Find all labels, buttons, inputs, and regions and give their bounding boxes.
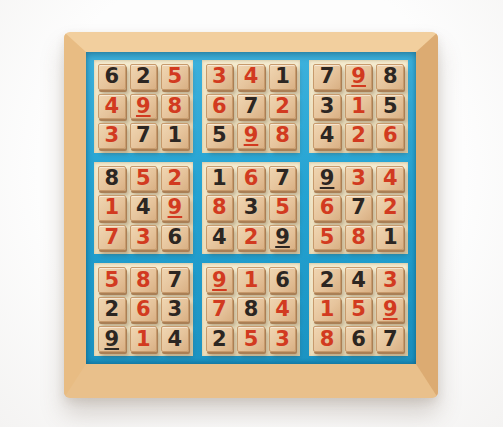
tile-r6c7[interactable]: 5	[313, 225, 341, 251]
tile-r2c2[interactable]: 9	[130, 94, 158, 120]
tile-r5c6[interactable]: 5	[269, 195, 297, 221]
tile-r3c7[interactable]: 4	[313, 123, 341, 149]
tile-r9c9[interactable]: 7	[376, 326, 404, 352]
tile-r5c7[interactable]: 6	[313, 195, 341, 221]
tile-r4c2[interactable]: 5	[130, 166, 158, 192]
tile-r3c9[interactable]: 6	[376, 123, 404, 149]
tile-r8c3[interactable]: 3	[161, 297, 189, 323]
tile-r8c9[interactable]: 9	[376, 297, 404, 323]
tile-r4c7[interactable]: 9	[313, 166, 341, 192]
tile-r8c8[interactable]: 5	[345, 297, 373, 323]
tile-r5c2[interactable]: 4	[130, 195, 158, 221]
tile-r2c1[interactable]: 4	[98, 94, 126, 120]
tile-r1c8[interactable]: 9	[345, 64, 373, 90]
tile-r8c4[interactable]: 7	[206, 297, 234, 323]
tile-r6c5[interactable]: 2	[237, 225, 265, 251]
tile-r2c6[interactable]: 2	[269, 94, 297, 120]
tile-r5c8[interactable]: 7	[345, 195, 373, 221]
block-2-2: 167835429	[202, 162, 301, 255]
block-1-2: 341672598	[202, 60, 301, 153]
tile-r4c4[interactable]: 1	[206, 166, 234, 192]
tile-r1c5[interactable]: 4	[237, 64, 265, 90]
tile-r9c4[interactable]: 2	[206, 326, 234, 352]
tile-r9c2[interactable]: 1	[130, 326, 158, 352]
tile-r7c9[interactable]: 3	[376, 267, 404, 293]
tile-r4c8[interactable]: 3	[345, 166, 373, 192]
tile-r8c1[interactable]: 2	[98, 297, 126, 323]
tile-r8c6[interactable]: 4	[269, 297, 297, 323]
tile-r7c1[interactable]: 5	[98, 267, 126, 293]
tile-r2c9[interactable]: 5	[376, 94, 404, 120]
tile-r7c2[interactable]: 8	[130, 267, 158, 293]
tile-r1c1[interactable]: 6	[98, 64, 126, 90]
tile-r6c6[interactable]: 9	[269, 225, 297, 251]
tile-r1c9[interactable]: 8	[376, 64, 404, 90]
tile-r5c9[interactable]: 2	[376, 195, 404, 221]
tile-r1c7[interactable]: 7	[313, 64, 341, 90]
product-photo-background: 6254983713416725987983154268521497361678…	[0, 0, 503, 427]
tile-r4c9[interactable]: 4	[376, 166, 404, 192]
tile-r1c4[interactable]: 3	[206, 64, 234, 90]
tile-r5c3[interactable]: 9	[161, 195, 189, 221]
tile-r9c8[interactable]: 6	[345, 326, 373, 352]
tile-r3c3[interactable]: 1	[161, 123, 189, 149]
tile-r6c1[interactable]: 7	[98, 225, 126, 251]
block-2-3: 934672581	[309, 162, 408, 255]
tile-r2c7[interactable]: 3	[313, 94, 341, 120]
block-1-3: 798315426	[309, 60, 408, 153]
tile-r1c6[interactable]: 1	[269, 64, 297, 90]
tile-r9c1[interactable]: 9	[98, 326, 126, 352]
block-1-1: 625498371	[94, 60, 193, 153]
tile-r2c3[interactable]: 8	[161, 94, 189, 120]
tile-r6c9[interactable]: 1	[376, 225, 404, 251]
tile-r3c1[interactable]: 3	[98, 123, 126, 149]
tile-r2c4[interactable]: 6	[206, 94, 234, 120]
block-3-1: 587263914	[94, 263, 193, 356]
tile-r7c3[interactable]: 7	[161, 267, 189, 293]
tile-r6c8[interactable]: 8	[345, 225, 373, 251]
tile-r7c7[interactable]: 2	[313, 267, 341, 293]
tile-r8c2[interactable]: 6	[130, 297, 158, 323]
tile-r1c2[interactable]: 2	[130, 64, 158, 90]
tile-r4c6[interactable]: 7	[269, 166, 297, 192]
tile-r7c4[interactable]: 9	[206, 267, 234, 293]
tile-r3c8[interactable]: 2	[345, 123, 373, 149]
tile-r3c2[interactable]: 7	[130, 123, 158, 149]
tile-r4c5[interactable]: 6	[237, 166, 265, 192]
tile-r7c6[interactable]: 6	[269, 267, 297, 293]
tile-r6c3[interactable]: 6	[161, 225, 189, 251]
sudoku-board: 6254983713416725987983154268521497361678…	[86, 52, 416, 364]
tile-r5c4[interactable]: 8	[206, 195, 234, 221]
tile-r3c4[interactable]: 5	[206, 123, 234, 149]
block-2-1: 852149736	[94, 162, 193, 255]
tile-r9c5[interactable]: 5	[237, 326, 265, 352]
tile-r3c5[interactable]: 9	[237, 123, 265, 149]
tile-r4c1[interactable]: 8	[98, 166, 126, 192]
tile-r5c5[interactable]: 3	[237, 195, 265, 221]
tile-r1c3[interactable]: 5	[161, 64, 189, 90]
tile-r6c4[interactable]: 4	[206, 225, 234, 251]
wooden-frame: 6254983713416725987983154268521497361678…	[64, 32, 438, 398]
tile-r2c5[interactable]: 7	[237, 94, 265, 120]
tile-r6c2[interactable]: 3	[130, 225, 158, 251]
tile-r8c5[interactable]: 8	[237, 297, 265, 323]
tile-r9c6[interactable]: 3	[269, 326, 297, 352]
tile-r4c3[interactable]: 2	[161, 166, 189, 192]
tile-r8c7[interactable]: 1	[313, 297, 341, 323]
tile-r9c3[interactable]: 4	[161, 326, 189, 352]
tile-r2c8[interactable]: 1	[345, 94, 373, 120]
tile-r7c5[interactable]: 1	[237, 267, 265, 293]
block-3-2: 916784253	[202, 263, 301, 356]
tile-r9c7[interactable]: 8	[313, 326, 341, 352]
tile-r5c1[interactable]: 1	[98, 195, 126, 221]
tile-r7c8[interactable]: 4	[345, 267, 373, 293]
tile-r3c6[interactable]: 8	[269, 123, 297, 149]
block-3-3: 243159867	[309, 263, 408, 356]
